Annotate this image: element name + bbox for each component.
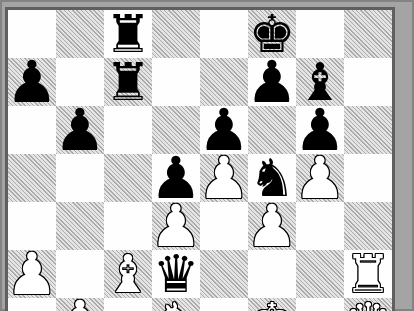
square-h2[interactable]: ♛ xyxy=(344,298,392,311)
square-a7[interactable]: ♟ xyxy=(8,58,56,106)
square-d8[interactable] xyxy=(152,10,200,58)
black-rook-c8[interactable]: ♜ xyxy=(105,10,152,58)
square-f4[interactable]: ♟ xyxy=(248,202,296,250)
square-a2[interactable] xyxy=(8,298,56,311)
square-f7[interactable]: ♟ xyxy=(248,58,296,106)
black-pawn-b6[interactable]: ♟ xyxy=(54,106,106,154)
square-b2[interactable]: ♟ xyxy=(56,298,104,311)
square-b6[interactable]: ♟ xyxy=(56,106,104,154)
square-g2[interactable] xyxy=(296,298,344,311)
square-d7[interactable] xyxy=(152,58,200,106)
black-rook-c7[interactable]: ♜ xyxy=(105,58,152,106)
square-h6[interactable] xyxy=(344,106,392,154)
square-d3[interactable]: ♛ xyxy=(152,250,200,298)
black-pawn-a7[interactable]: ♟ xyxy=(6,58,58,106)
square-e8[interactable] xyxy=(200,10,248,58)
square-d4[interactable]: ♟ xyxy=(152,202,200,250)
white-pawn-d4[interactable]: ♟ xyxy=(150,202,202,250)
square-f6[interactable] xyxy=(248,106,296,154)
square-f3[interactable] xyxy=(248,250,296,298)
square-g5[interactable]: ♟ xyxy=(296,154,344,202)
white-rook-h3[interactable]: ♜ xyxy=(345,250,392,298)
square-g8[interactable] xyxy=(296,10,344,58)
square-e3[interactable] xyxy=(200,250,248,298)
white-pawn-b2[interactable]: ♟ xyxy=(54,298,106,311)
white-pawn-a3[interactable]: ♟ xyxy=(6,250,58,298)
square-c8[interactable]: ♜ xyxy=(104,10,152,58)
square-a3[interactable]: ♟ xyxy=(8,250,56,298)
square-a6[interactable] xyxy=(8,106,56,154)
square-h5[interactable] xyxy=(344,154,392,202)
square-c2[interactable] xyxy=(104,298,152,311)
square-g3[interactable] xyxy=(296,250,344,298)
square-e2[interactable] xyxy=(200,298,248,311)
square-g4[interactable] xyxy=(296,202,344,250)
square-b4[interactable] xyxy=(56,202,104,250)
white-knight-d2[interactable]: ♞ xyxy=(153,298,200,311)
square-b5[interactable] xyxy=(56,154,104,202)
square-h8[interactable] xyxy=(344,10,392,58)
square-d2[interactable]: ♞ xyxy=(152,298,200,311)
square-h7[interactable] xyxy=(344,58,392,106)
square-c6[interactable] xyxy=(104,106,152,154)
square-a5[interactable] xyxy=(8,154,56,202)
white-pawn-f4[interactable]: ♟ xyxy=(246,202,298,250)
white-king-f2[interactable]: ♚ xyxy=(249,298,296,311)
square-e4[interactable] xyxy=(200,202,248,250)
square-c4[interactable] xyxy=(104,202,152,250)
white-pawn-e5[interactable]: ♟ xyxy=(198,154,250,202)
square-e5[interactable]: ♟ xyxy=(200,154,248,202)
board-frame: ♜♚♟♜♟♝♟♟♟♟♟♞♟♟♟♟♝♛♜♟♞♚♛ xyxy=(0,0,414,311)
square-c7[interactable]: ♜ xyxy=(104,58,152,106)
black-queen-d3[interactable]: ♛ xyxy=(153,250,200,298)
white-bishop-c3[interactable]: ♝ xyxy=(105,250,152,298)
black-pawn-f7[interactable]: ♟ xyxy=(246,58,298,106)
square-c5[interactable] xyxy=(104,154,152,202)
chess-board: ♜♚♟♜♟♝♟♟♟♟♟♞♟♟♟♟♝♛♜♟♞♚♛ xyxy=(5,7,395,311)
square-b8[interactable] xyxy=(56,10,104,58)
white-pawn-g5[interactable]: ♟ xyxy=(294,154,346,202)
square-c3[interactable]: ♝ xyxy=(104,250,152,298)
square-f2[interactable]: ♚ xyxy=(248,298,296,311)
square-h3[interactable]: ♜ xyxy=(344,250,392,298)
white-queen-h2[interactable]: ♛ xyxy=(345,298,392,311)
square-h4[interactable] xyxy=(344,202,392,250)
